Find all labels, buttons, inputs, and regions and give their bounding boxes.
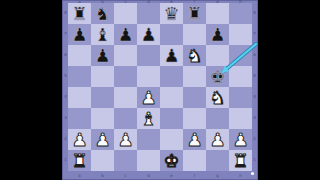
square-e1[interactable]: ♚ [160,150,183,171]
piece-black-pawn: ♟ [206,24,229,45]
square-h6[interactable] [229,45,252,66]
square-a5[interactable] [68,66,91,87]
square-b3[interactable] [91,108,114,129]
rank-label-3: 3 [64,116,68,120]
rank-label-5: 5 [64,74,68,78]
piece-black-rook: ♜ [68,3,91,24]
square-g2[interactable]: ♟ [206,129,229,150]
square-e7[interactable] [160,24,183,45]
file-label-c: c [114,174,137,178]
square-c4[interactable] [114,87,137,108]
file-label-e: e [160,174,183,178]
square-h1[interactable]: ♜ [229,150,252,171]
piece-white-pawn: ♟ [137,87,160,108]
square-c3[interactable] [114,108,137,129]
piece-white-knight: ♞ [206,87,229,108]
square-e5[interactable] [160,66,183,87]
square-h3[interactable] [229,108,252,129]
piece-black-pawn: ♟ [160,45,183,66]
square-h7[interactable] [229,24,252,45]
rank-label-5: 5 [253,74,257,78]
square-f3[interactable] [183,108,206,129]
square-h2[interactable]: ♟ [229,129,252,150]
square-b8[interactable]: ♞ [91,3,114,24]
square-d4[interactable]: ♟ [137,87,160,108]
file-label-d: d [137,174,160,178]
square-a1[interactable]: ♜ [68,150,91,171]
square-e2[interactable] [160,129,183,150]
square-g7[interactable]: ♟ [206,24,229,45]
piece-white-pawn: ♟ [91,129,114,150]
square-a2[interactable]: ♟ [68,129,91,150]
piece-white-knight: ♞ [183,45,206,66]
piece-black-pawn: ♟ [137,24,160,45]
board-squares: ♜♞♛♜♟♝♟♟♟♟♟♞♚♟♞♝♟♟♟♟♟♟♜♚♜ [68,3,252,171]
square-g8[interactable] [206,3,229,24]
square-f7[interactable] [183,24,206,45]
square-c5[interactable] [114,66,137,87]
piece-black-bishop: ♝ [91,24,114,45]
square-f5[interactable] [183,66,206,87]
file-label-b: b [91,174,114,178]
square-g4[interactable]: ♞ [206,87,229,108]
square-b4[interactable] [91,87,114,108]
piece-black-pawn: ♟ [91,45,114,66]
file-label-f: f [183,174,206,178]
square-d5[interactable] [137,66,160,87]
rank-label-2: 2 [64,137,68,141]
rank-label-8: 8 [64,11,68,15]
rank-label-4: 4 [253,95,257,99]
square-b5[interactable] [91,66,114,87]
file-labels-bottom: abcdefgh [68,174,252,178]
rank-label-8: 8 [253,11,257,15]
piece-black-knight: ♞ [91,3,114,24]
square-c8[interactable] [114,3,137,24]
file-label-h: h [229,174,252,178]
square-h5[interactable] [229,66,252,87]
square-g5[interactable]: ♚ [206,66,229,87]
rank-label-7: 7 [253,32,257,36]
square-e3[interactable] [160,108,183,129]
piece-white-pawn: ♟ [206,129,229,150]
square-b1[interactable] [91,150,114,171]
square-g1[interactable] [206,150,229,171]
piece-white-pawn: ♟ [229,129,252,150]
square-d6[interactable] [137,45,160,66]
piece-white-bishop: ♝ [137,108,160,129]
rank-label-2: 2 [253,137,257,141]
rank-label-1: 1 [253,158,257,162]
square-b6[interactable]: ♟ [91,45,114,66]
rank-label-3: 3 [253,116,257,120]
square-a6[interactable] [68,45,91,66]
piece-black-pawn: ♟ [68,24,91,45]
square-a3[interactable] [68,108,91,129]
square-d8[interactable] [137,3,160,24]
piece-white-king: ♚ [160,150,183,171]
square-c1[interactable] [114,150,137,171]
square-h4[interactable] [229,87,252,108]
file-label-a: a [68,174,91,178]
square-a4[interactable] [68,87,91,108]
rank-label-4: 4 [64,95,68,99]
file-label-g: g [206,174,229,178]
square-f6[interactable]: ♞ [183,45,206,66]
square-f8[interactable]: ♜ [183,3,206,24]
piece-white-rook: ♜ [229,150,252,171]
square-e6[interactable]: ♟ [160,45,183,66]
square-d3[interactable]: ♝ [137,108,160,129]
piece-white-pawn: ♟ [183,129,206,150]
square-e4[interactable] [160,87,183,108]
square-f4[interactable] [183,87,206,108]
square-f1[interactable] [183,150,206,171]
square-g6[interactable] [206,45,229,66]
square-d7[interactable]: ♟ [137,24,160,45]
piece-black-queen: ♛ [160,3,183,24]
square-c7[interactable]: ♟ [114,24,137,45]
piece-black-rook: ♜ [183,3,206,24]
square-b2[interactable]: ♟ [91,129,114,150]
piece-white-pawn: ♟ [68,129,91,150]
video-frame: abcdefgh ♜♞♛♜♟♝♟♟♟♟♟♞♚♟♞♝♟♟♟♟♟♟♜♚♜ 87654… [0,0,320,180]
square-c2[interactable]: ♟ [114,129,137,150]
rank-label-6: 6 [253,53,257,57]
square-h8[interactable] [229,3,252,24]
square-d2[interactable] [137,129,160,150]
piece-white-pawn: ♟ [114,129,137,150]
piece-white-rook: ♜ [68,150,91,171]
rank-label-7: 7 [64,32,68,36]
square-a7[interactable]: ♟ [68,24,91,45]
square-a8[interactable]: ♜ [68,3,91,24]
square-d1[interactable] [137,150,160,171]
square-b7[interactable]: ♝ [91,24,114,45]
square-c6[interactable] [114,45,137,66]
piece-black-king: ♚ [206,66,229,87]
chess-board: abcdefgh ♜♞♛♜♟♝♟♟♟♟♟♞♚♟♞♝♟♟♟♟♟♟♜♚♜ 87654… [62,0,258,180]
rank-label-1: 1 [64,158,68,162]
piece-black-pawn: ♟ [114,24,137,45]
rank-label-6: 6 [64,53,68,57]
square-e8[interactable]: ♛ [160,3,183,24]
square-g3[interactable] [206,108,229,129]
square-f2[interactable]: ♟ [183,129,206,150]
